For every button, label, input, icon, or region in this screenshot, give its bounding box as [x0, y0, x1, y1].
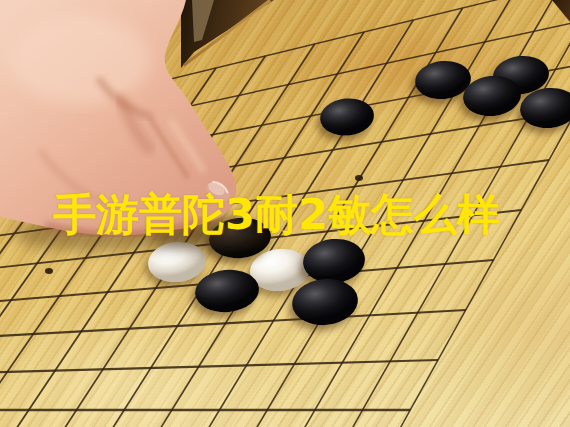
go-board-photo: 手游普陀3耐2敏怎么样: [0, 0, 570, 427]
caption-text: 手游普陀3耐2敏怎么样: [53, 186, 500, 244]
hand-highlight: [10, 15, 150, 105]
